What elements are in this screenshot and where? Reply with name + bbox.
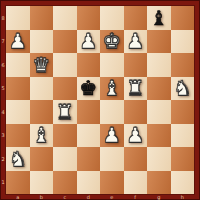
- file-label-g: g: [147, 194, 171, 200]
- square-h2[interactable]: [171, 147, 195, 171]
- square-g8[interactable]: ♝: [147, 6, 171, 30]
- piece-white-knight-h5[interactable]: ♞: [173, 78, 191, 98]
- file-label-e: e: [100, 194, 124, 200]
- square-g7[interactable]: [147, 30, 171, 54]
- square-h3[interactable]: [171, 124, 195, 148]
- piece-white-pawn-f7[interactable]: ♟: [126, 31, 144, 51]
- square-h6[interactable]: [171, 53, 195, 77]
- square-g3[interactable]: [147, 124, 171, 148]
- square-d4[interactable]: [77, 100, 101, 124]
- square-h5[interactable]: ♞: [171, 77, 195, 101]
- square-e1[interactable]: [100, 171, 124, 195]
- square-b6[interactable]: ♛: [30, 53, 54, 77]
- square-e8[interactable]: [100, 6, 124, 30]
- piece-white-king-e7[interactable]: ♚: [103, 31, 121, 51]
- square-e4[interactable]: [100, 100, 124, 124]
- square-d2[interactable]: [77, 147, 101, 171]
- file-label-a: a: [6, 194, 30, 200]
- square-e5[interactable]: ♝: [100, 77, 124, 101]
- square-d3[interactable]: [77, 124, 101, 148]
- board: ♝♟♟♚♟♛♚♝♜♞♜♝♟♟♞: [6, 6, 194, 194]
- square-b1[interactable]: [30, 171, 54, 195]
- square-d5[interactable]: ♚: [77, 77, 101, 101]
- square-h7[interactable]: [171, 30, 195, 54]
- square-d1[interactable]: [77, 171, 101, 195]
- square-d7[interactable]: ♟: [77, 30, 101, 54]
- square-h1[interactable]: [171, 171, 195, 195]
- square-b4[interactable]: [30, 100, 54, 124]
- square-d8[interactable]: [77, 6, 101, 30]
- piece-black-bishop-g8[interactable]: ♝: [150, 8, 168, 28]
- square-b7[interactable]: [30, 30, 54, 54]
- chess-board-frame: 87654321 abcdefgh ♝♟♟♚♟♛♚♝♜♞♜♝♟♟♞: [0, 0, 200, 200]
- piece-black-king-d5[interactable]: ♚: [79, 78, 97, 98]
- square-f7[interactable]: ♟: [124, 30, 148, 54]
- square-d6[interactable]: [77, 53, 101, 77]
- piece-white-pawn-a7[interactable]: ♟: [9, 31, 27, 51]
- square-c1[interactable]: [53, 171, 77, 195]
- square-c4[interactable]: ♜: [53, 100, 77, 124]
- square-f4[interactable]: [124, 100, 148, 124]
- file-label-h: h: [171, 194, 195, 200]
- piece-white-queen-b6[interactable]: ♛: [32, 55, 50, 75]
- square-e2[interactable]: [100, 147, 124, 171]
- square-f1[interactable]: [124, 171, 148, 195]
- square-a8[interactable]: [6, 6, 30, 30]
- square-b3[interactable]: ♝: [30, 124, 54, 148]
- square-c2[interactable]: [53, 147, 77, 171]
- piece-white-bishop-e5[interactable]: ♝: [103, 78, 121, 98]
- square-g4[interactable]: [147, 100, 171, 124]
- square-f2[interactable]: [124, 147, 148, 171]
- square-g5[interactable]: [147, 77, 171, 101]
- piece-white-rook-c4[interactable]: ♜: [56, 102, 74, 122]
- file-labels: abcdefgh: [6, 194, 194, 200]
- square-a7[interactable]: ♟: [6, 30, 30, 54]
- square-c3[interactable]: [53, 124, 77, 148]
- square-g2[interactable]: [147, 147, 171, 171]
- square-h8[interactable]: [171, 6, 195, 30]
- square-g6[interactable]: [147, 53, 171, 77]
- file-label-b: b: [30, 194, 54, 200]
- square-b5[interactable]: [30, 77, 54, 101]
- square-c6[interactable]: [53, 53, 77, 77]
- square-a2[interactable]: ♞: [6, 147, 30, 171]
- square-a4[interactable]: [6, 100, 30, 124]
- square-e7[interactable]: ♚: [100, 30, 124, 54]
- piece-white-bishop-b3[interactable]: ♝: [32, 125, 50, 145]
- square-h4[interactable]: [171, 100, 195, 124]
- square-c7[interactable]: [53, 30, 77, 54]
- square-g1[interactable]: [147, 171, 171, 195]
- piece-white-rook-f5[interactable]: ♜: [126, 78, 144, 98]
- file-label-f: f: [124, 194, 148, 200]
- piece-white-knight-a2[interactable]: ♞: [9, 149, 27, 169]
- square-f5[interactable]: ♜: [124, 77, 148, 101]
- piece-white-pawn-f3[interactable]: ♟: [126, 125, 144, 145]
- square-f8[interactable]: [124, 6, 148, 30]
- square-b8[interactable]: [30, 6, 54, 30]
- square-c8[interactable]: [53, 6, 77, 30]
- square-f6[interactable]: [124, 53, 148, 77]
- file-label-d: d: [77, 194, 101, 200]
- square-e3[interactable]: ♟: [100, 124, 124, 148]
- square-f3[interactable]: ♟: [124, 124, 148, 148]
- square-c5[interactable]: [53, 77, 77, 101]
- square-a3[interactable]: [6, 124, 30, 148]
- file-label-c: c: [53, 194, 77, 200]
- square-b2[interactable]: [30, 147, 54, 171]
- piece-white-pawn-d7[interactable]: ♟: [79, 31, 97, 51]
- piece-white-pawn-e3[interactable]: ♟: [103, 125, 121, 145]
- square-a5[interactable]: [6, 77, 30, 101]
- square-e6[interactable]: [100, 53, 124, 77]
- square-a1[interactable]: [6, 171, 30, 195]
- square-a6[interactable]: [6, 53, 30, 77]
